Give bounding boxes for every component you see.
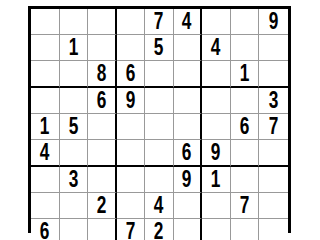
sudoku-cell-r3c2[interactable]: [60, 61, 89, 88]
sudoku-cell-r6c8[interactable]: [231, 140, 260, 167]
sudoku-cell-r6c6[interactable]: 6: [174, 140, 203, 167]
sudoku-cell-r2c4[interactable]: [117, 35, 146, 61]
sudoku-cell-r7c2[interactable]: 3: [60, 167, 89, 193]
given-digit: 1: [69, 35, 79, 60]
sudoku-cell-r3c5[interactable]: [145, 61, 174, 88]
given-digit: 2: [97, 193, 107, 218]
sudoku-cell-r1c9[interactable]: 9: [259, 9, 288, 35]
sudoku-cell-r5c5[interactable]: [145, 114, 174, 140]
sudoku-cell-r1c8[interactable]: [231, 9, 260, 35]
sudoku-cell-r6c4[interactable]: [117, 140, 146, 167]
sudoku-cell-r8c3[interactable]: 2: [88, 193, 117, 219]
sudoku-cell-r6c1[interactable]: 4: [31, 140, 60, 167]
sudoku-cell-r2c1[interactable]: [31, 35, 60, 61]
sudoku-cell-r1c4[interactable]: [117, 9, 146, 35]
sudoku-cell-r7c6[interactable]: 9: [174, 167, 203, 193]
sudoku-cell-r9c3[interactable]: [88, 219, 117, 240]
given-digit: 5: [154, 35, 164, 60]
sudoku-cell-r9c9[interactable]: [259, 219, 288, 240]
sudoku-cell-r6c5[interactable]: [145, 140, 174, 167]
given-digit: 9: [269, 9, 279, 34]
sudoku-cell-r9c8[interactable]: [231, 219, 260, 240]
sudoku-cell-r7c8[interactable]: [231, 167, 260, 193]
sudoku-cell-r9c6[interactable]: [174, 219, 203, 240]
sudoku-cell-r6c9[interactable]: [259, 140, 288, 167]
sudoku-cell-r9c2[interactable]: [60, 219, 89, 240]
sudoku-cell-r8c4[interactable]: [117, 193, 146, 219]
given-digit: 4: [40, 140, 50, 165]
sudoku-cell-r8c9[interactable]: [259, 193, 288, 219]
sudoku-cell-r1c1[interactable]: [31, 9, 60, 35]
sudoku-cell-r6c3[interactable]: [88, 140, 117, 167]
sudoku-cell-r5c6[interactable]: [174, 114, 203, 140]
sudoku-cell-r9c1[interactable]: 6: [31, 219, 60, 240]
sudoku-cell-r8c8[interactable]: 7: [231, 193, 260, 219]
sudoku-cell-r4c1[interactable]: [31, 88, 60, 114]
sudoku-cell-r4c8[interactable]: [231, 88, 260, 114]
given-digit: 4: [154, 193, 164, 218]
given-digit: 1: [40, 114, 50, 139]
sudoku-cell-r5c4[interactable]: [117, 114, 146, 140]
sudoku-cell-r7c4[interactable]: [117, 167, 146, 193]
sudoku-cell-r6c2[interactable]: [60, 140, 89, 167]
sudoku-cell-r5c1[interactable]: 1: [31, 114, 60, 140]
given-digit: 6: [97, 88, 107, 113]
sudoku-cell-r9c4[interactable]: 7: [117, 219, 146, 240]
given-digit: 6: [240, 114, 250, 139]
sudoku-cell-r8c1[interactable]: [31, 193, 60, 219]
sudoku-cell-r5c7[interactable]: [202, 114, 231, 140]
given-digit: 3: [269, 88, 279, 113]
sudoku-cell-r7c1[interactable]: [31, 167, 60, 193]
sudoku-cell-r3c6[interactable]: [174, 61, 203, 88]
given-digit: 5: [69, 114, 79, 139]
sudoku-cell-r2c8[interactable]: [231, 35, 260, 61]
sudoku-cell-r3c8[interactable]: 1: [231, 61, 260, 88]
given-digit: 9: [182, 167, 192, 192]
given-digit: 7: [126, 219, 136, 240]
sudoku-cell-r1c3[interactable]: [88, 9, 117, 35]
sudoku-cell-r3c9[interactable]: [259, 61, 288, 88]
sudoku-cell-r3c7[interactable]: [202, 61, 231, 88]
sudoku-cell-r2c9[interactable]: [259, 35, 288, 61]
sudoku-cell-r3c1[interactable]: [31, 61, 60, 88]
given-digit: 4: [182, 9, 192, 34]
sudoku-cell-r2c2[interactable]: 1: [60, 35, 89, 61]
given-digit: 6: [40, 219, 50, 240]
sudoku-cell-r4c7[interactable]: [202, 88, 231, 114]
sudoku-cell-r5c2[interactable]: 5: [60, 114, 89, 140]
sudoku-cell-r1c7[interactable]: [202, 9, 231, 35]
given-digit: 6: [182, 140, 192, 165]
sudoku-cell-r2c6[interactable]: [174, 35, 203, 61]
given-digit: 8: [97, 61, 107, 86]
given-digit: 1: [211, 167, 221, 192]
sudoku-cell-r4c9[interactable]: 3: [259, 88, 288, 114]
sudoku-cell-r1c5[interactable]: 7: [145, 9, 174, 35]
sudoku-cell-r2c5[interactable]: 5: [145, 35, 174, 61]
sudoku-cell-r8c5[interactable]: 4: [145, 193, 174, 219]
sudoku-cell-r7c9[interactable]: [259, 167, 288, 193]
sudoku-cell-r8c6[interactable]: [174, 193, 203, 219]
sudoku-cell-r1c2[interactable]: [60, 9, 89, 35]
sudoku-cell-r3c4[interactable]: 6: [117, 61, 146, 88]
sudoku-cell-r7c3[interactable]: [88, 167, 117, 193]
sudoku-cell-r1c6[interactable]: 4: [174, 9, 203, 35]
given-digit: 9: [211, 140, 221, 165]
sudoku-cell-r4c6[interactable]: [174, 88, 203, 114]
given-digit: 2: [154, 219, 164, 240]
sudoku-cell-r4c4[interactable]: 9: [117, 88, 146, 114]
sudoku-cell-r6c7[interactable]: 9: [202, 140, 231, 167]
sudoku-cell-r9c5[interactable]: 2: [145, 219, 174, 240]
sudoku-cell-r7c7[interactable]: 1: [202, 167, 231, 193]
sudoku-board: 7491548616931567469391247672: [28, 6, 291, 233]
sudoku-cell-r9c7[interactable]: [202, 219, 231, 240]
sudoku-cell-r7c5[interactable]: [145, 167, 174, 193]
given-digit: 6: [126, 61, 136, 86]
given-digit: 7: [154, 9, 164, 34]
sudoku-cell-r2c7[interactable]: 4: [202, 35, 231, 61]
sudoku-cell-r8c2[interactable]: [60, 193, 89, 219]
sudoku-cell-r8c7[interactable]: [202, 193, 231, 219]
sudoku-cell-r5c9[interactable]: 7: [259, 114, 288, 140]
sudoku-cell-r5c3[interactable]: [88, 114, 117, 140]
sudoku-cell-r4c2[interactable]: [60, 88, 89, 114]
given-digit: 4: [211, 35, 221, 60]
given-digit: 1: [240, 61, 250, 86]
given-digit: 7: [269, 114, 279, 139]
sudoku-cell-r4c5[interactable]: [145, 88, 174, 114]
given-digit: 9: [126, 88, 136, 113]
given-digit: 7: [240, 193, 250, 218]
sudoku-cell-r3c3[interactable]: 8: [88, 61, 117, 88]
sudoku-cell-r5c8[interactable]: 6: [231, 114, 260, 140]
sudoku-cell-r4c3[interactable]: 6: [88, 88, 117, 114]
sudoku-cell-r2c3[interactable]: [88, 35, 117, 61]
given-digit: 3: [69, 167, 79, 192]
